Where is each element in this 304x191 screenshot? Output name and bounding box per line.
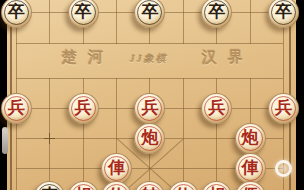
piece-red-elephant[interactable]: 相 <box>68 181 99 191</box>
piece-red-cannon[interactable]: 炮 <box>134 123 165 154</box>
piece-red-elephant[interactable]: 相 <box>201 181 232 191</box>
piece-character: 相 <box>208 187 225 191</box>
piece-character: 卒 <box>275 3 292 20</box>
piece-character: 帥 <box>141 187 158 191</box>
piece-red-soldier[interactable]: 兵 <box>268 93 299 124</box>
piece-red-soldier[interactable]: 兵 <box>1 93 32 124</box>
grid-line <box>250 0 251 44</box>
piece-red-advisor[interactable]: 仕 <box>168 181 199 191</box>
piece-black-soldier[interactable]: 卒 <box>268 0 299 28</box>
app-watermark: JJ象棋 <box>130 52 168 66</box>
board-point-marker <box>44 133 55 144</box>
piece-character: 車 <box>41 187 58 191</box>
piece-black-soldier[interactable]: 卒 <box>134 0 165 28</box>
river-label-han: 汉界 <box>202 48 254 67</box>
piece-character: 炮 <box>141 129 158 146</box>
piece-character: 兵 <box>275 99 292 116</box>
piece-character: 兵 <box>8 99 25 116</box>
piece-character: 卒 <box>208 3 225 20</box>
game-screen: 楚河 JJ象棋 汉界 卒卒卒卒卒兵兵兵兵兵炮炮俥俥車相仕帥仕相傌 <box>0 0 304 190</box>
piece-character: 傌 <box>242 187 259 191</box>
piece-character: 俥 <box>242 159 259 176</box>
piece-red-chariot[interactable]: 俥 <box>101 153 132 184</box>
piece-character: 俥 <box>108 159 125 176</box>
piece-red-chariot[interactable]: 俥 <box>235 153 266 184</box>
piece-character: 相 <box>75 187 92 191</box>
letterbox-right <box>296 0 304 190</box>
piece-red-soldier[interactable]: 兵 <box>68 93 99 124</box>
edge-swipe-handle-icon[interactable] <box>2 127 8 154</box>
piece-red-horse[interactable]: 傌 <box>235 181 266 191</box>
letterbox-left <box>0 0 7 190</box>
piece-character: 仕 <box>108 187 125 191</box>
piece-red-soldier[interactable]: 兵 <box>134 93 165 124</box>
river-label-chu: 楚河 <box>62 48 114 67</box>
piece-black-soldier[interactable]: 卒 <box>68 0 99 28</box>
piece-character: 卒 <box>8 3 25 20</box>
piece-red-king[interactable]: 帥 <box>134 181 165 191</box>
piece-black-soldier[interactable]: 卒 <box>201 0 232 28</box>
grid-line <box>49 0 50 44</box>
last-move-ring-marker <box>275 160 292 177</box>
piece-character: 兵 <box>141 99 158 116</box>
grid-line <box>183 0 184 44</box>
grid-line <box>183 78 184 191</box>
piece-black-chariot[interactable]: 車 <box>34 181 65 191</box>
piece-black-soldier[interactable]: 卒 <box>1 0 32 28</box>
xiangqi-board[interactable]: 楚河 JJ象棋 汉界 卒卒卒卒卒兵兵兵兵兵炮炮俥俥車相仕帥仕相傌 <box>0 0 304 190</box>
piece-character: 炮 <box>242 129 259 146</box>
piece-character: 兵 <box>75 99 92 116</box>
piece-character: 兵 <box>208 99 225 116</box>
piece-red-advisor[interactable]: 仕 <box>101 181 132 191</box>
grid-line <box>116 0 117 44</box>
piece-red-cannon[interactable]: 炮 <box>235 123 266 154</box>
piece-red-soldier[interactable]: 兵 <box>201 93 232 124</box>
piece-character: 卒 <box>141 3 158 20</box>
piece-character: 仕 <box>175 187 192 191</box>
piece-character: 卒 <box>75 3 92 20</box>
